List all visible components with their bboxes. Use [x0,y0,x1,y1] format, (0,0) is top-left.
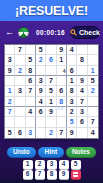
given-digit: 4 [91,129,95,136]
sudoku-cell-r2c4[interactable]: 2 [36,55,46,65]
keypad-key-9[interactable]: 9 [59,170,69,179]
sudoku-cell-r1c3[interactable] [26,45,36,55]
sudoku-cell-r8c5[interactable] [46,117,56,127]
promo-banner: ¡RESUELVE! [0,0,103,21]
sudoku-cell-r4c8[interactable]: 9 [77,76,87,86]
sudoku-cell-r7c1[interactable]: 7 [5,107,15,117]
sudoku-cell-r9c5[interactable]: 2 [46,128,56,138]
sudoku-cell-r4c7[interactable]: 1 [67,76,77,86]
given-digit: 3 [8,56,12,63]
sudoku-cell-r6c4[interactable]: 4 [36,97,46,107]
sudoku-cell-r4c1[interactable] [5,76,15,86]
given-digit: 4 [70,46,74,53]
user-digit: 6 [49,56,53,63]
back-arrow-icon[interactable]: ← [5,28,14,37]
sudoku-board: 7594352618928461637195137956842241837746… [4,44,99,139]
app-screen: ¡RESUELVE! ← 00:00:16 Check 759435261892… [0,0,103,183]
user-digit: 2 [39,56,43,63]
given-digit: 9 [49,108,53,115]
sudoku-cell-r2c9[interactable] [88,55,98,65]
sudoku-cell-r9c1[interactable]: 5 [5,128,15,138]
sudoku-cell-r5c2[interactable]: 3 [15,86,25,96]
given-digit: 9 [80,77,84,84]
user-digit: 7 [8,108,12,115]
keypad-key-8[interactable]: 8 [47,170,57,179]
given-digit: 7 [59,129,63,136]
sudoku-cell-r9c6[interactable]: 7 [57,128,67,138]
given-digit: 6 [59,87,63,94]
sudoku-cell-r8c4[interactable] [36,117,46,127]
sudoku-cell-r7c2[interactable] [15,107,25,117]
sudoku-cell-r6c9[interactable] [88,97,98,107]
given-digit: 8 [70,87,74,94]
sudoku-cell-r2c2[interactable] [15,55,25,65]
sudoku-cell-r5c8[interactable]: 4 [77,86,87,96]
given-digit: 6 [70,67,74,74]
given-digit: 8 [28,67,32,74]
sudoku-cell-r8c1[interactable] [5,117,15,127]
user-digit: 5 [70,118,74,125]
given-digit: 5 [91,77,95,84]
sudoku-cell-r5c7[interactable]: 8 [67,86,77,96]
user-digit: 1 [8,87,12,94]
check-button[interactable]: Check [70,26,100,39]
sudoku-cell-r1c4[interactable]: 5 [36,45,46,55]
given-digit: 9 [59,46,63,53]
keypad-key-6[interactable]: 6 [23,170,33,179]
note-digits: 4 [63,69,66,74]
given-digit: 6 [80,118,84,125]
sudoku-cell-r5c3[interactable]: 7 [26,86,36,96]
sudoku-cell-r1c8[interactable] [77,45,87,55]
user-digit: 2 [8,98,12,105]
undo-button[interactable]: Undo [7,147,36,158]
sudoku-cell-r1c2[interactable]: 7 [15,45,25,55]
sudoku-cell-r5c9[interactable]: 2 [88,86,98,96]
given-digit: 9 [70,129,74,136]
given-digit: 1 [49,98,53,105]
timer: 00:00:16 [36,29,65,36]
sudoku-cell-r8c3[interactable] [26,117,36,127]
given-digit: 3 [39,77,43,84]
user-digit: 2 [91,87,95,94]
given-digit: 5 [8,129,12,136]
sudoku-cell-r9c4[interactable] [36,128,46,138]
sudoku-cell-r9c7[interactable]: 9 [67,128,77,138]
hint-button[interactable]: Hint [38,147,64,158]
sudoku-cell-r8c7[interactable]: 5 [67,117,77,127]
sudoku-cell-r2c5[interactable]: 6 [46,55,56,65]
sudoku-cell-r6c5[interactable]: 1 [46,97,56,107]
sudoku-cell-r7c4[interactable]: 6 [36,107,46,117]
sudoku-cell-r3c7[interactable]: 6 [67,66,77,76]
user-digit: 8 [59,98,63,105]
sudoku-cell-r1c5[interactable] [46,45,56,55]
sudoku-cell-r3c8[interactable] [77,66,87,76]
toolbar: ← 00:00:16 Check [0,21,103,43]
sudoku-cell-r5c5[interactable]: 5 [46,86,56,96]
sudoku-cell-r4c5[interactable]: 7 [46,76,56,86]
sudoku-cell-r3c3[interactable]: 8 [26,66,36,76]
given-digit: 6 [28,77,32,84]
keypad-key-1[interactable]: 1 [23,160,33,169]
sudoku-cell-r8c9[interactable]: 7 [88,117,98,127]
sudoku-cell-r7c3[interactable]: 4 [26,107,36,117]
given-digit: 7 [28,87,32,94]
given-digit: 6 [39,108,43,115]
keypad-key-5[interactable]: 5 [71,160,81,169]
keypad-key-3[interactable]: 3 [47,160,57,169]
sudoku-cell-r9c9[interactable]: 4 [88,128,98,138]
sudoku-cell-r6c8[interactable]: 7 [77,97,87,107]
sudoku-cell-r3c4[interactable] [36,66,46,76]
notes-button[interactable]: Notes [66,147,96,158]
note-digits: 12 [58,108,65,112]
given-digit: 4 [80,87,84,94]
given-digit: 9 [39,87,43,94]
sudoku-cell-r7c9[interactable] [88,107,98,117]
check-label: Check [79,29,100,36]
sudoku-cell-r4c3[interactable]: 6 [26,76,36,86]
sudoku-cell-r6c2[interactable] [15,97,25,107]
keypad-key-2[interactable]: 2 [35,160,45,169]
given-digit: 8 [80,56,84,63]
given-digit: 7 [80,98,84,105]
given-digit: 3 [18,87,22,94]
sudoku-cell-r4c6[interactable] [57,76,67,86]
sudoku-cell-r6c6[interactable]: 8 [57,97,67,107]
sudoku-cell-r6c3[interactable] [26,97,36,107]
given-digit: 5 [39,46,43,53]
given-digit: 9 [8,67,12,74]
given-digit: 1 [59,56,63,63]
sudoku-cell-r1c6[interactable]: 9 [57,45,67,55]
given-digit: 3 [70,98,74,105]
green-ball-icon [18,27,29,38]
eraser-key[interactable] [71,170,81,179]
sudoku-cell-r4c4[interactable]: 3 [36,76,46,86]
given-digit: 1 [70,77,74,84]
sudoku-cell-r1c7[interactable]: 4 [67,45,77,55]
given-digit: 5 [28,56,32,63]
sudoku-cell-r9c8[interactable] [77,128,87,138]
given-digit: 4 [28,108,32,115]
sudoku-cell-r1c1[interactable] [5,45,15,55]
given-digit: 2 [70,108,74,115]
sudoku-cell-r8c8[interactable]: 6 [77,117,87,127]
magnifier-icon [70,29,77,36]
sudoku-cell-r2c3[interactable]: 5 [26,55,36,65]
given-digit: 7 [49,77,53,84]
given-digit: 7 [91,118,95,125]
action-bar: Undo Hint Notes [0,146,103,158]
sudoku-cell-r1c9[interactable] [88,45,98,55]
sudoku-cell-r7c7[interactable]: 2 [67,107,77,117]
promo-title: ¡RESUELVE! [15,4,88,18]
sudoku-cell-r6c1[interactable]: 2 [5,97,15,107]
keypad-key-7[interactable]: 7 [35,170,45,179]
sudoku-cell-r5c4[interactable]: 9 [36,86,46,96]
keypad-row-2: 6789 [0,170,103,179]
given-digit: 3 [80,108,84,115]
given-digit: 5 [49,87,53,94]
sudoku-cell-r8c2[interactable] [15,117,25,127]
sudoku-cell-r9c2[interactable]: 6 [15,128,25,138]
sudoku-cell-r3c6[interactable]: 4 [57,66,67,76]
sudoku-cell-r5c6[interactable]: 6 [57,86,67,96]
keypad-key-4[interactable]: 4 [59,160,69,169]
sudoku-cell-r3c5[interactable] [46,66,56,76]
sudoku-cell-r4c9[interactable]: 5 [88,76,98,86]
sudoku-cell-r7c8[interactable]: 3 [77,107,87,117]
given-digit: 6 [18,129,22,136]
keypad-row-1: 12345 [0,160,103,169]
sudoku-cell-r2c8[interactable]: 8 [77,55,87,65]
eraser-icon [73,172,78,177]
sudoku-cell-r2c1[interactable]: 3 [5,55,15,65]
sudoku-cell-r4c2[interactable] [15,76,25,86]
sudoku-cell-r3c1[interactable]: 9 [5,66,15,76]
bottom-strip [0,180,103,183]
user-digit: 2 [18,67,22,74]
sudoku-cell-r3c2[interactable]: 2 [15,66,25,76]
sudoku-cell-r9c3[interactable]: 3 [26,128,36,138]
sudoku-cell-r7c5[interactable]: 9 [46,107,56,117]
sudoku-cell-r2c7[interactable] [67,55,77,65]
given-digit: 4 [39,98,43,105]
user-digit: 2 [49,129,53,136]
sudoku-cell-r3c9[interactable]: 1 [88,66,98,76]
user-digit: 1 [91,67,95,74]
sudoku-cell-r8c6[interactable] [57,117,67,127]
sudoku-cell-r7c6[interactable]: 12 [57,107,67,117]
sudoku-cell-r5c1[interactable]: 1 [5,86,15,96]
given-digit: 7 [18,46,22,53]
sudoku-cell-r2c6[interactable]: 1 [57,55,67,65]
user-digit: 3 [28,129,32,136]
sudoku-cell-r6c7[interactable]: 3 [67,97,77,107]
